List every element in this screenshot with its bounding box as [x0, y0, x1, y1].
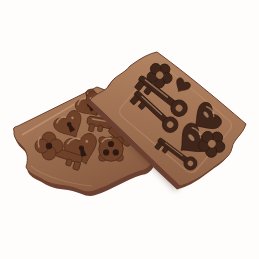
chocolate-mold-scene	[0, 0, 259, 259]
product-photo	[0, 0, 259, 259]
